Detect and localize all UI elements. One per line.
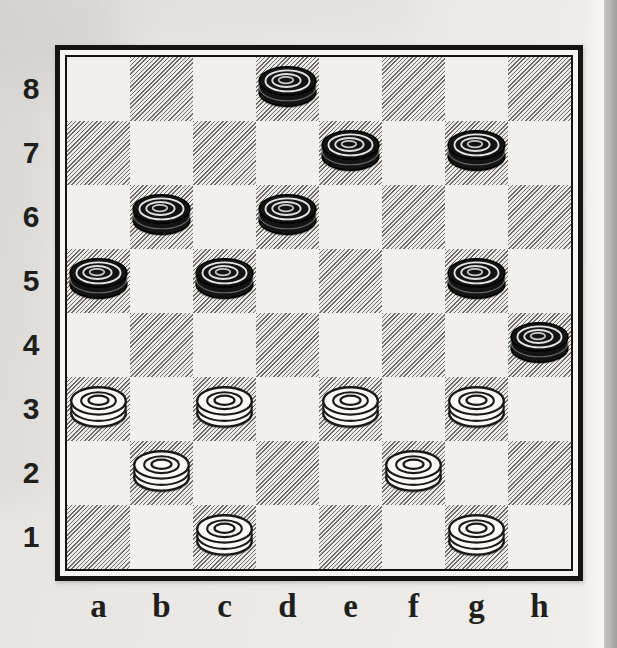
square-b2: [130, 441, 193, 505]
file-label-h: h: [520, 588, 560, 625]
black-man-d8: [256, 62, 319, 110]
square-d7: [256, 121, 319, 185]
square-c1: [193, 505, 256, 569]
square-b8: [130, 57, 193, 121]
square-g8: [445, 57, 508, 121]
white-man-c3: [193, 382, 256, 430]
square-f8: [382, 57, 445, 121]
white-man-a3: [67, 382, 130, 430]
square-b7: [130, 121, 193, 185]
square-h5: [508, 249, 571, 313]
square-g5: [445, 249, 508, 313]
square-e5: [319, 249, 382, 313]
square-f2: [382, 441, 445, 505]
black-man-g5: [445, 254, 508, 302]
white-man-e3: [319, 382, 382, 430]
rank-label-6: 6: [18, 200, 44, 234]
square-g7: [445, 121, 508, 185]
square-h6: [508, 185, 571, 249]
square-h4: [508, 313, 571, 377]
square-c2: [193, 441, 256, 505]
square-f1: [382, 505, 445, 569]
page-shading-top: [120, 0, 420, 35]
square-a5: [67, 249, 130, 313]
square-c8: [193, 57, 256, 121]
square-e8: [319, 57, 382, 121]
white-man-g1: [445, 510, 508, 558]
white-man-f2: [382, 446, 445, 494]
board-inner-border: [65, 55, 573, 571]
square-f7: [382, 121, 445, 185]
file-label-e: e: [331, 588, 371, 625]
black-man-g7: [445, 126, 508, 174]
square-h2: [508, 441, 571, 505]
file-label-a: a: [79, 588, 119, 625]
rank-label-4: 4: [18, 328, 44, 362]
square-d5: [256, 249, 319, 313]
rank-label-5: 5: [18, 264, 44, 298]
square-a1: [67, 505, 130, 569]
square-e4: [319, 313, 382, 377]
square-f6: [382, 185, 445, 249]
square-b4: [130, 313, 193, 377]
board-frame: [55, 45, 583, 581]
square-g4: [445, 313, 508, 377]
square-a6: [67, 185, 130, 249]
square-g2: [445, 441, 508, 505]
square-e2: [319, 441, 382, 505]
square-f5: [382, 249, 445, 313]
page-edge-highlight: [581, 0, 605, 648]
black-man-a5: [67, 254, 130, 302]
square-e6: [319, 185, 382, 249]
black-man-c5: [193, 254, 256, 302]
rank-label-7: 7: [18, 136, 44, 170]
square-d4: [256, 313, 319, 377]
square-b6: [130, 185, 193, 249]
square-d2: [256, 441, 319, 505]
file-label-b: b: [142, 588, 182, 625]
file-label-c: c: [205, 588, 245, 625]
rank-label-8: 8: [18, 72, 44, 106]
square-g6: [445, 185, 508, 249]
square-b3: [130, 377, 193, 441]
square-g3: [445, 377, 508, 441]
square-b1: [130, 505, 193, 569]
square-a7: [67, 121, 130, 185]
white-man-c1: [193, 510, 256, 558]
square-a3: [67, 377, 130, 441]
rank-label-3: 3: [18, 392, 44, 426]
square-b5: [130, 249, 193, 313]
square-d8: [256, 57, 319, 121]
square-c7: [193, 121, 256, 185]
square-e7: [319, 121, 382, 185]
square-g1: [445, 505, 508, 569]
file-label-d: d: [268, 588, 308, 625]
square-e3: [319, 377, 382, 441]
square-f3: [382, 377, 445, 441]
page-edge-shadow: [604, 0, 617, 648]
rank-label-1: 1: [18, 520, 44, 554]
square-f4: [382, 313, 445, 377]
black-man-e7: [319, 126, 382, 174]
square-h7: [508, 121, 571, 185]
white-man-g3: [445, 382, 508, 430]
square-a8: [67, 57, 130, 121]
book-page: 87654321 abcdefgh: [0, 0, 617, 648]
rank-label-2: 2: [18, 456, 44, 490]
square-c3: [193, 377, 256, 441]
black-man-b6: [130, 190, 193, 238]
square-c5: [193, 249, 256, 313]
black-man-h4: [508, 318, 571, 366]
square-d3: [256, 377, 319, 441]
white-man-b2: [130, 446, 193, 494]
black-man-d6: [256, 190, 319, 238]
square-c4: [193, 313, 256, 377]
square-d6: [256, 185, 319, 249]
square-d1: [256, 505, 319, 569]
board-grid: [67, 57, 571, 569]
file-label-f: f: [394, 588, 434, 625]
square-e1: [319, 505, 382, 569]
square-h8: [508, 57, 571, 121]
square-a2: [67, 441, 130, 505]
file-label-g: g: [457, 588, 497, 625]
square-h1: [508, 505, 571, 569]
square-c6: [193, 185, 256, 249]
square-a4: [67, 313, 130, 377]
square-h3: [508, 377, 571, 441]
